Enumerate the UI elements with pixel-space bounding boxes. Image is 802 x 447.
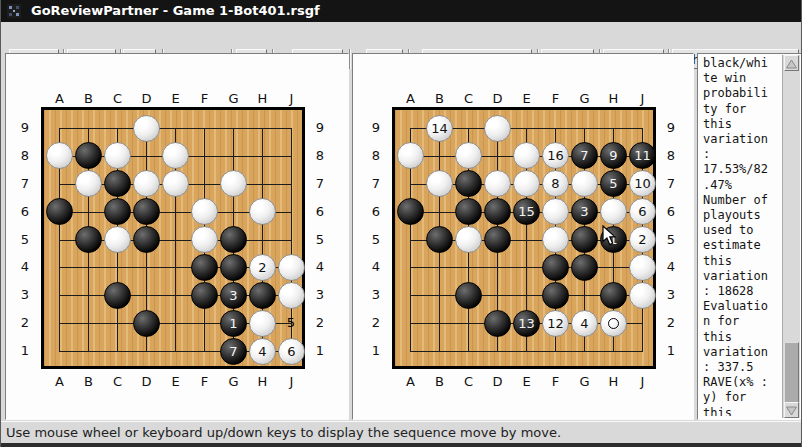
white-stone-J5: 2 xyxy=(629,226,656,253)
coord-label-row: 5 xyxy=(661,232,681,248)
coord-label-row: 8 xyxy=(15,148,35,164)
status-text: Use mouse wheel or keyboard up/down keys… xyxy=(6,425,561,440)
scroll-up-button[interactable] xyxy=(784,55,799,71)
white-stone-F5 xyxy=(542,226,569,253)
coord-label-col: J xyxy=(284,374,299,390)
coord-label-row: 7 xyxy=(310,176,330,192)
white-stone-J6: 6 xyxy=(629,198,656,225)
scroll-thumb[interactable] xyxy=(784,342,799,406)
white-stone-B9: 14 xyxy=(426,115,453,142)
black-stone-D5 xyxy=(484,226,511,253)
black-stone-G2: 1 xyxy=(220,310,247,337)
black-stone-H8: 9 xyxy=(600,142,627,169)
black-stone-G5 xyxy=(220,226,247,253)
white-stone-G7 xyxy=(571,170,598,197)
coord-label-col: C xyxy=(110,374,125,390)
coord-label-row: 7 xyxy=(15,176,35,192)
coord-label-col: C xyxy=(461,91,476,107)
white-stone-J3 xyxy=(278,282,305,309)
coord-label-row: 7 xyxy=(366,176,386,192)
status-bar: Use mouse wheel or keyboard up/down keys… xyxy=(1,421,802,444)
info-panel: black/whi te win probabili ty for this v… xyxy=(697,53,802,420)
white-stone-A8 xyxy=(46,142,73,169)
coord-label-row: 1 xyxy=(15,343,35,359)
white-stone-E8 xyxy=(162,142,189,169)
last-move-circle-marker xyxy=(608,318,619,329)
black-stone-H3 xyxy=(600,282,627,309)
coord-label-row: 4 xyxy=(15,259,35,275)
coord-label-row: 5 xyxy=(366,232,386,248)
coord-label-col: A xyxy=(52,374,67,390)
info-scrollbar[interactable] xyxy=(782,55,800,418)
white-stone-E7 xyxy=(162,170,189,197)
white-stone-F8: 16 xyxy=(542,142,569,169)
white-stone-J1: 6 xyxy=(278,338,305,365)
white-stone-G2: 4 xyxy=(571,310,598,337)
white-stone-H4: 2 xyxy=(249,254,276,281)
coord-label-row: 1 xyxy=(661,343,681,359)
white-stone-H6 xyxy=(600,198,627,225)
white-stone-H6 xyxy=(249,198,276,225)
coord-label-row: 2 xyxy=(366,315,386,331)
coord-label-col: D xyxy=(490,374,505,390)
black-stone-C6 xyxy=(455,198,482,225)
coord-label-row: 6 xyxy=(661,204,681,220)
white-stone-A8 xyxy=(397,142,424,169)
black-stone-B5 xyxy=(426,226,453,253)
white-stone-D9 xyxy=(484,115,511,142)
coord-label-row: 3 xyxy=(310,287,330,303)
white-stone-H1: 4 xyxy=(249,338,276,365)
white-stone-C5 xyxy=(455,226,482,253)
coord-label-row: 8 xyxy=(661,148,681,164)
coord-label-row: 2 xyxy=(310,315,330,331)
white-stone-F6 xyxy=(191,198,218,225)
coord-label-col: C xyxy=(110,91,125,107)
white-stone-C5 xyxy=(104,226,131,253)
black-stone-D5 xyxy=(133,226,160,253)
coord-label-col: G xyxy=(226,91,241,107)
coord-label-row: 2 xyxy=(15,315,35,331)
coord-label-col: H xyxy=(255,91,270,107)
window-title: GoReviewPartner - Game 1-Bot401.rsgf xyxy=(31,3,320,18)
white-stone-H2 xyxy=(249,310,276,337)
variation-board-panel[interactable]: AABBCCDDEEFFGGHHJJ9988776655443322111416… xyxy=(352,53,694,420)
info-text[interactable]: black/whi te win probabili ty for this v… xyxy=(703,56,783,416)
black-stone-C3 xyxy=(455,282,482,309)
titlebar[interactable]: GoReviewPartner - Game 1-Bot401.rsgf xyxy=(1,0,802,22)
white-stone-F7: 8 xyxy=(542,170,569,197)
coord-label-col: E xyxy=(519,91,534,107)
coord-label-col: J xyxy=(635,91,650,107)
coord-label-col: B xyxy=(432,374,447,390)
coord-label-row: 2 xyxy=(661,315,681,331)
coord-label-row: 4 xyxy=(366,259,386,275)
white-stone-B7 xyxy=(426,170,453,197)
coord-label-col: H xyxy=(606,374,621,390)
black-stone-C7 xyxy=(104,170,131,197)
coord-label-row: 6 xyxy=(366,204,386,220)
coord-label-col: F xyxy=(548,374,563,390)
coord-label-col: G xyxy=(226,374,241,390)
black-stone-B5 xyxy=(75,226,102,253)
coord-label-row: 3 xyxy=(15,287,35,303)
white-stone-J3 xyxy=(629,282,656,309)
white-stone-F5 xyxy=(191,226,218,253)
white-stone-J4 xyxy=(278,254,305,281)
captured-move-number-label: 5 xyxy=(283,315,299,330)
coord-label-row: 9 xyxy=(661,120,681,136)
black-stone-B8 xyxy=(75,142,102,169)
grid-line xyxy=(410,267,643,268)
coord-label-row: 1 xyxy=(310,343,330,359)
coord-label-row: 3 xyxy=(661,287,681,303)
black-stone-D2 xyxy=(484,310,511,337)
grid-line xyxy=(410,351,643,352)
coord-label-col: D xyxy=(139,374,154,390)
coord-label-row: 6 xyxy=(15,204,35,220)
black-stone-G5 xyxy=(571,226,598,253)
mouse-cursor xyxy=(602,225,618,248)
black-stone-G8: 7 xyxy=(571,142,598,169)
black-stone-G4 xyxy=(220,254,247,281)
coord-label-row: 3 xyxy=(366,287,386,303)
coord-label-col: B xyxy=(81,374,96,390)
coord-label-col: E xyxy=(168,374,183,390)
toolbar-separator xyxy=(349,49,351,69)
coord-label-col: B xyxy=(432,91,447,107)
coord-label-col: H xyxy=(255,374,270,390)
white-stone-J4 xyxy=(629,254,656,281)
black-stone-D6 xyxy=(133,198,160,225)
coord-label-col: B xyxy=(81,91,96,107)
coord-label-col: G xyxy=(577,91,592,107)
white-stone-C8 xyxy=(104,142,131,169)
white-stone-C8 xyxy=(455,142,482,169)
coord-label-row: 4 xyxy=(310,259,330,275)
toolbar: |<< << < 31/51 > >> >>| Open position Ta… xyxy=(1,22,802,53)
coord-label-row: 5 xyxy=(310,232,330,248)
black-stone-G6: 3 xyxy=(571,198,598,225)
white-stone-E8 xyxy=(513,142,540,169)
app-window: GoReviewPartner - Game 1-Bot401.rsgf |<<… xyxy=(0,0,802,447)
coord-label-col: A xyxy=(403,91,418,107)
arrow-up-icon xyxy=(785,57,798,71)
black-stone-D6 xyxy=(484,198,511,225)
scroll-down-button[interactable] xyxy=(784,402,799,418)
black-stone-F3 xyxy=(542,282,569,309)
coord-label-col: A xyxy=(52,91,67,107)
coord-label-col: D xyxy=(490,91,505,107)
white-stone-B7 xyxy=(75,170,102,197)
coord-label-col: A xyxy=(403,374,418,390)
coord-label-row: 4 xyxy=(661,259,681,275)
white-stone-F2: 12 xyxy=(542,310,569,337)
black-stone-A6 xyxy=(397,198,424,225)
coord-label-row: 7 xyxy=(661,176,681,192)
white-stone-D9 xyxy=(133,115,160,142)
black-stone-G4 xyxy=(571,254,598,281)
white-stone-D7 xyxy=(133,170,160,197)
coord-label-col: D xyxy=(139,91,154,107)
window-bottom-edge xyxy=(1,443,802,447)
black-stone-H7: 5 xyxy=(600,170,627,197)
arrow-down-icon xyxy=(785,404,798,418)
coord-label-col: J xyxy=(635,374,650,390)
coord-label-col: E xyxy=(519,374,534,390)
coord-label-row: 9 xyxy=(366,120,386,136)
coord-label-col: H xyxy=(606,91,621,107)
black-stone-D2 xyxy=(133,310,160,337)
black-stone-E6: 15 xyxy=(513,198,540,225)
black-stone-E2: 13 xyxy=(513,310,540,337)
game-board-panel[interactable]: AABBCCDDEEFFGGHHJJ9988776655443322112317… xyxy=(5,53,349,420)
black-stone-F4 xyxy=(191,254,218,281)
white-stone-E7 xyxy=(513,170,540,197)
coord-label-row: 8 xyxy=(366,148,386,164)
coord-label-row: 8 xyxy=(310,148,330,164)
black-stone-J8: 11 xyxy=(629,142,656,169)
coord-label-col: G xyxy=(577,374,592,390)
app-icon xyxy=(7,4,21,18)
black-stone-G1: 7 xyxy=(220,338,247,365)
coord-label-row: 5 xyxy=(15,232,35,248)
black-stone-F4 xyxy=(542,254,569,281)
black-stone-A6 xyxy=(46,198,73,225)
coord-label-col: F xyxy=(548,91,563,107)
coord-label-col: J xyxy=(284,91,299,107)
black-stone-C3 xyxy=(104,282,131,309)
coord-label-col: F xyxy=(197,374,212,390)
coord-label-col: F xyxy=(197,91,212,107)
white-stone-D7 xyxy=(484,170,511,197)
coord-label-col: E xyxy=(168,91,183,107)
white-stone-H2 xyxy=(600,310,627,337)
coord-label-row: 9 xyxy=(15,120,35,136)
coord-label-row: 9 xyxy=(310,120,330,136)
black-stone-C6 xyxy=(104,198,131,225)
coord-label-row: 1 xyxy=(366,343,386,359)
black-stone-F3 xyxy=(191,282,218,309)
white-stone-G7 xyxy=(220,170,247,197)
black-stone-H3 xyxy=(249,282,276,309)
coord-label-col: C xyxy=(461,374,476,390)
coord-label-row: 6 xyxy=(310,204,330,220)
black-stone-C7 xyxy=(455,170,482,197)
white-stone-J7: 10 xyxy=(629,170,656,197)
black-stone-G3: 3 xyxy=(220,282,247,309)
white-stone-F6 xyxy=(542,198,569,225)
